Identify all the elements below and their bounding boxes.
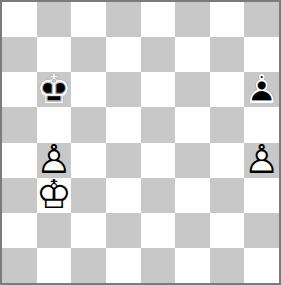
square-g8[interactable] [210,2,245,37]
square-b2[interactable] [37,213,72,248]
square-b1[interactable] [37,248,72,283]
square-b3[interactable]: ♚♔ [37,178,72,213]
square-c3[interactable] [71,178,106,213]
square-g3[interactable] [210,178,245,213]
square-c1[interactable] [71,248,106,283]
square-a8[interactable] [2,2,37,37]
square-c5[interactable] [71,107,106,142]
black-king: ♚♔ [37,72,72,107]
chess-diagram: ♚♔♟♙♟♙♟♙♚♔ [0,0,281,285]
square-c7[interactable] [71,37,106,72]
square-h8[interactable] [244,2,279,37]
square-d8[interactable] [106,2,141,37]
square-a6[interactable] [2,72,37,107]
square-b6[interactable]: ♚♔ [37,72,72,107]
square-b8[interactable] [37,2,72,37]
square-c4[interactable] [71,143,106,178]
black-pawn: ♟♙ [244,72,279,107]
square-d2[interactable] [106,213,141,248]
square-a4[interactable] [2,143,37,178]
square-e6[interactable] [141,72,176,107]
square-g7[interactable] [210,37,245,72]
square-g2[interactable] [210,213,245,248]
square-a5[interactable] [2,107,37,142]
black-pawn-outline-glyph: ♙ [244,69,280,109]
square-f2[interactable] [175,213,210,248]
square-g1[interactable] [210,248,245,283]
black-king-outline-glyph: ♔ [36,69,72,109]
square-d4[interactable] [106,143,141,178]
square-e8[interactable] [141,2,176,37]
square-d6[interactable] [106,72,141,107]
white-king: ♚♔ [37,178,72,213]
white-king-outline-glyph: ♔ [36,174,72,214]
square-e2[interactable] [141,213,176,248]
square-e7[interactable] [141,37,176,72]
square-h6[interactable]: ♟♙ [244,72,279,107]
square-d3[interactable] [106,178,141,213]
square-g4[interactable] [210,143,245,178]
square-a7[interactable] [2,37,37,72]
square-f7[interactable] [175,37,210,72]
square-e5[interactable] [141,107,176,142]
square-h1[interactable] [244,248,279,283]
white-pawn-outline-glyph: ♙ [244,139,280,179]
square-d7[interactable] [106,37,141,72]
square-c6[interactable] [71,72,106,107]
square-g6[interactable] [210,72,245,107]
square-e3[interactable] [141,178,176,213]
square-a3[interactable] [2,178,37,213]
square-e1[interactable] [141,248,176,283]
square-f6[interactable] [175,72,210,107]
square-f3[interactable] [175,178,210,213]
chess-board: ♚♔♟♙♟♙♟♙♚♔ [2,2,279,283]
square-e4[interactable] [141,143,176,178]
square-c2[interactable] [71,213,106,248]
square-f8[interactable] [175,2,210,37]
square-d1[interactable] [106,248,141,283]
square-h3[interactable] [244,178,279,213]
square-c8[interactable] [71,2,106,37]
square-h2[interactable] [244,213,279,248]
square-f1[interactable] [175,248,210,283]
square-a2[interactable] [2,213,37,248]
square-g5[interactable] [210,107,245,142]
square-a1[interactable] [2,248,37,283]
white-pawn: ♟♙ [244,143,279,178]
square-f4[interactable] [175,143,210,178]
square-h4[interactable]: ♟♙ [244,143,279,178]
square-f5[interactable] [175,107,210,142]
square-d5[interactable] [106,107,141,142]
